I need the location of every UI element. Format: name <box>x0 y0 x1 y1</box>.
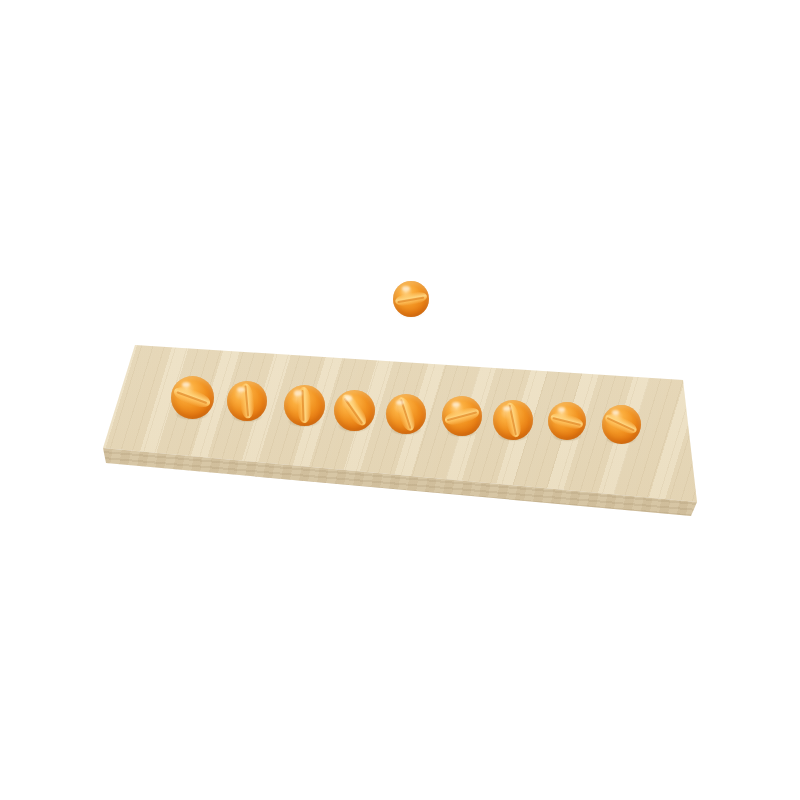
bead-hole-streak <box>172 384 213 411</box>
bead-highlight <box>558 407 566 412</box>
bead-highlight <box>503 406 511 411</box>
bead-on-board-5[interactable] <box>386 394 426 434</box>
bead-highlight <box>396 400 404 405</box>
bead-off-board[interactable] <box>393 281 429 317</box>
bead-on-board-6[interactable] <box>442 396 482 436</box>
bead-highlight <box>612 410 620 415</box>
bead-body <box>493 400 533 440</box>
bead-on-board-3[interactable] <box>284 385 325 426</box>
bead-on-board-2[interactable] <box>227 381 267 421</box>
bead-on-board-9[interactable] <box>602 405 641 444</box>
bead-highlight <box>237 387 245 392</box>
bead-body <box>227 381 267 421</box>
bead-body <box>386 394 426 434</box>
bead-body <box>284 385 325 426</box>
bead-hole-streak <box>394 290 427 308</box>
product-photo-stage <box>0 0 800 800</box>
bead-on-board-8[interactable] <box>548 402 586 440</box>
bead-hole-streak <box>603 411 640 438</box>
bead-highlight <box>452 402 460 407</box>
bead-on-board-1[interactable] <box>171 376 214 419</box>
bead-hole-streak <box>338 391 370 429</box>
bead-body <box>442 396 482 436</box>
bead-body <box>334 390 375 431</box>
bead-body <box>548 402 586 440</box>
bead-hole-streak <box>443 405 481 427</box>
bead-body <box>393 281 429 317</box>
bead-body <box>602 405 641 444</box>
bead-highlight <box>344 395 352 400</box>
bead-on-board-7[interactable] <box>493 400 533 440</box>
bead-highlight <box>294 390 302 395</box>
bead-on-board-4[interactable] <box>334 390 375 431</box>
bead-body <box>171 376 214 419</box>
bead-hole-streak <box>549 411 585 432</box>
bead-highlight <box>402 286 409 291</box>
bead-highlight <box>182 382 191 388</box>
